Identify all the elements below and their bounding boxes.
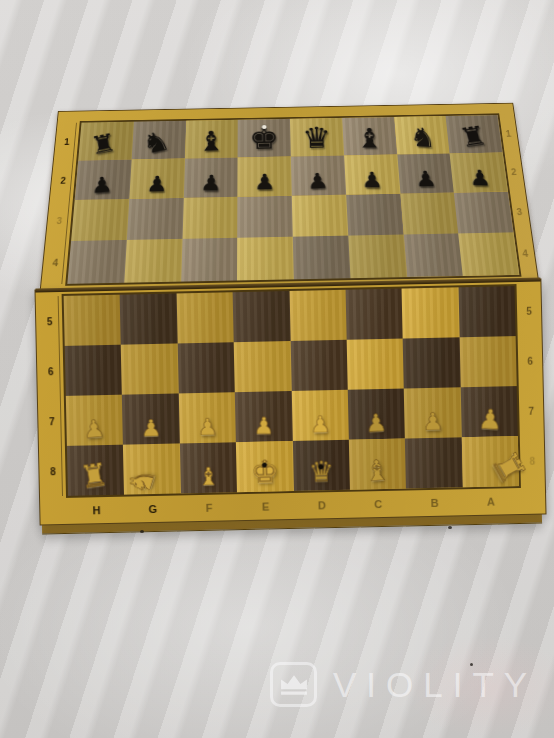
square-e5 bbox=[233, 291, 290, 342]
square-h2: ♟ bbox=[75, 159, 132, 199]
square-a8: ♜ bbox=[461, 436, 518, 487]
piece-white-pawn-b7: ♟ bbox=[422, 410, 444, 434]
piece-black-bishop-f1: ♝ bbox=[197, 127, 225, 155]
square-c5 bbox=[345, 289, 402, 340]
file-label-h: H bbox=[68, 500, 125, 521]
square-f5 bbox=[176, 292, 233, 343]
rank-label-2: 2 bbox=[510, 167, 517, 176]
square-b7: ♟ bbox=[404, 387, 461, 438]
square-e1: ♚ bbox=[238, 119, 291, 158]
rank-label-4: 4 bbox=[522, 248, 529, 258]
piece-black-king-e1: ♚ bbox=[249, 124, 279, 154]
file-letter-labels: HGFEDCBA bbox=[68, 491, 519, 521]
square-h4 bbox=[67, 240, 126, 284]
black-finial-dot bbox=[319, 464, 324, 469]
watermark-text: VIOLITY bbox=[333, 667, 537, 702]
piece-white-pawn-h7: ♟ bbox=[83, 417, 106, 443]
square-g4 bbox=[124, 239, 182, 283]
piece-black-pawn-e2: ♟ bbox=[254, 171, 275, 193]
photo-scene: 1234 1234 ♜♞♝♚♛♝♞♜♟♟♟♟♟♟♟♟ 5678 5678 HGF… bbox=[0, 0, 554, 738]
file-label-c: C bbox=[350, 493, 407, 514]
square-a2: ♟ bbox=[450, 153, 508, 193]
piece-white-queen-d8: ♛ bbox=[308, 458, 334, 487]
square-c4 bbox=[348, 235, 407, 279]
piece-black-pawn-d2: ♟ bbox=[307, 170, 330, 192]
rank-label-1: 1 bbox=[505, 129, 511, 138]
square-h7: ♟ bbox=[66, 395, 123, 446]
piece-black-knight-g1: ♞ bbox=[140, 126, 173, 159]
square-c1: ♝ bbox=[342, 117, 397, 156]
piece-black-pawn-h2: ♟ bbox=[92, 174, 113, 197]
square-a3 bbox=[454, 192, 513, 234]
square-h6 bbox=[65, 345, 122, 396]
piece-black-rook-h1: ♜ bbox=[89, 130, 118, 159]
board-top-half: 1234 1234 ♜♞♝♚♛♝♞♜♟♟♟♟♟♟♟♟ bbox=[39, 103, 539, 293]
square-h1: ♜ bbox=[78, 122, 134, 161]
file-label-f: F bbox=[181, 497, 238, 518]
square-d4 bbox=[293, 236, 350, 280]
square-f4 bbox=[181, 238, 238, 282]
piece-white-pawn-d7: ♟ bbox=[310, 413, 331, 436]
square-c6 bbox=[347, 339, 404, 390]
watermark: VIOLITY bbox=[270, 662, 537, 707]
square-e6 bbox=[234, 341, 291, 392]
rank-label-3: 3 bbox=[516, 207, 523, 217]
square-a7: ♟ bbox=[460, 386, 517, 437]
rank-label-5: 5 bbox=[47, 316, 53, 327]
piece-white-pawn-f7: ♟ bbox=[197, 416, 218, 439]
rank-label-5: 5 bbox=[526, 305, 532, 316]
square-g2: ♟ bbox=[129, 158, 185, 198]
board-grid-ranks-1-4: ♜♞♝♚♛♝♞♜♟♟♟♟♟♟♟♟ bbox=[67, 115, 519, 284]
square-d6 bbox=[290, 340, 347, 391]
square-e3 bbox=[237, 196, 292, 238]
square-g5 bbox=[120, 293, 177, 344]
piece-black-rook-a1: ♜ bbox=[456, 122, 489, 152]
square-a4 bbox=[458, 232, 519, 276]
square-f2: ♟ bbox=[183, 157, 237, 197]
square-d3 bbox=[292, 195, 348, 237]
square-c8: ♝ bbox=[349, 439, 406, 490]
square-e2: ♟ bbox=[238, 156, 292, 196]
board-grid-ranks-5-8: ♟♟♟♟♟♟♟♟♜♞♝♚♛♝♜ bbox=[64, 286, 519, 496]
piece-white-pawn-c7: ♟ bbox=[365, 411, 388, 436]
rank-label-4: 4 bbox=[52, 257, 58, 267]
file-label-b: B bbox=[406, 492, 463, 513]
piece-black-pawn-a2: ♟ bbox=[468, 167, 491, 189]
file-label-a: A bbox=[463, 491, 520, 512]
square-f7: ♟ bbox=[179, 392, 236, 443]
rank-label-2: 2 bbox=[60, 175, 66, 185]
rank-label-6: 6 bbox=[527, 355, 533, 366]
rank-label-1: 1 bbox=[64, 137, 70, 146]
square-b8 bbox=[405, 437, 462, 488]
square-d2: ♟ bbox=[291, 155, 346, 195]
square-g6 bbox=[121, 343, 178, 394]
square-g7: ♟ bbox=[122, 393, 179, 444]
rank-label-7: 7 bbox=[49, 416, 55, 427]
square-h3 bbox=[71, 199, 129, 241]
square-e7: ♟ bbox=[235, 391, 292, 442]
background-speck bbox=[448, 526, 452, 529]
piece-white-rook-h8: ♜ bbox=[78, 459, 110, 494]
square-d5 bbox=[289, 290, 346, 341]
square-g1: ♞ bbox=[131, 121, 185, 160]
file-label-g: G bbox=[124, 498, 181, 519]
piece-black-bishop-c1: ♝ bbox=[356, 124, 384, 151]
square-b1: ♞ bbox=[394, 116, 450, 155]
square-g3 bbox=[127, 198, 184, 240]
background-speck bbox=[140, 530, 144, 533]
square-e8: ♚ bbox=[236, 441, 293, 492]
square-f3 bbox=[182, 197, 238, 239]
rank-labels-bottom-left: 5678 bbox=[41, 296, 63, 496]
piece-white-pawn-e7: ♟ bbox=[254, 414, 275, 437]
piece-black-pawn-b2: ♟ bbox=[414, 168, 437, 190]
square-c7: ♟ bbox=[348, 389, 405, 440]
piece-white-king-e8: ♚ bbox=[251, 456, 279, 488]
square-f6 bbox=[177, 342, 234, 393]
square-c2: ♟ bbox=[344, 155, 400, 195]
square-d1: ♛ bbox=[290, 118, 344, 157]
square-a6 bbox=[459, 336, 516, 387]
rank-label-6: 6 bbox=[48, 366, 54, 377]
watermark-crown-box bbox=[270, 662, 317, 707]
square-g8: ♞ bbox=[123, 443, 180, 494]
rank-label-8: 8 bbox=[50, 466, 56, 477]
white-finial-dot bbox=[262, 125, 267, 129]
square-f1: ♝ bbox=[185, 120, 238, 159]
piece-white-bishop-c8: ♝ bbox=[363, 456, 390, 486]
piece-white-pawn-a7: ♟ bbox=[477, 405, 502, 433]
square-d7: ♟ bbox=[291, 390, 348, 441]
board-bottom-half: 5678 5678 HGFEDCBA ♟♟♟♟♟♟♟♟♜♞♝♚♛♝♜ bbox=[34, 278, 546, 525]
piece-black-pawn-c2: ♟ bbox=[361, 169, 383, 191]
piece-black-queen-d1: ♛ bbox=[302, 124, 332, 153]
file-label-e: E bbox=[237, 496, 294, 517]
square-b6 bbox=[403, 337, 460, 388]
piece-black-knight-b1: ♞ bbox=[409, 124, 436, 152]
square-h5 bbox=[64, 295, 121, 346]
square-a5 bbox=[458, 286, 515, 337]
square-h8: ♜ bbox=[67, 445, 124, 496]
square-d8: ♛ bbox=[292, 440, 349, 491]
square-b3 bbox=[400, 193, 458, 235]
square-e4 bbox=[237, 237, 294, 281]
square-b4 bbox=[403, 233, 463, 277]
piece-black-pawn-g2: ♟ bbox=[146, 173, 168, 195]
piece-black-pawn-f2: ♟ bbox=[200, 172, 222, 194]
square-f8: ♝ bbox=[180, 442, 237, 493]
square-c3 bbox=[346, 194, 403, 236]
square-b2: ♟ bbox=[397, 154, 454, 194]
piece-white-knight-g8: ♞ bbox=[123, 464, 159, 498]
file-label-d: D bbox=[294, 495, 351, 516]
piece-white-pawn-g7: ♟ bbox=[141, 417, 162, 440]
crown-icon bbox=[280, 674, 308, 696]
square-b5 bbox=[402, 287, 459, 338]
rank-label-3: 3 bbox=[56, 216, 62, 226]
black-finial-dot bbox=[262, 463, 267, 468]
rank-label-7: 7 bbox=[528, 405, 534, 416]
square-a1: ♜ bbox=[446, 115, 503, 154]
piece-white-bishop-f8: ♝ bbox=[198, 465, 220, 489]
